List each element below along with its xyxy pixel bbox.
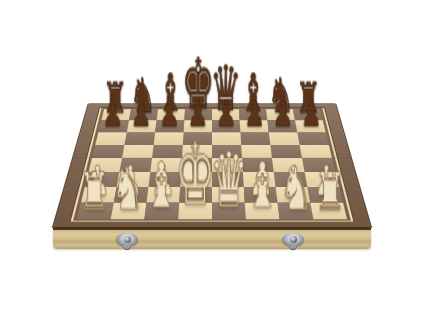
- black-pawn[interactable]: ♟: [102, 96, 123, 132]
- square-e7[interactable]: ♟: [212, 120, 240, 132]
- square-a1[interactable]: ♜: [77, 202, 114, 219]
- square-h6[interactable]: [297, 132, 329, 145]
- black-pawn[interactable]: ♟: [216, 96, 237, 132]
- square-c1[interactable]: ♝: [144, 202, 179, 219]
- chess-board: ♜♞♝♚♛♝♞♜♟♟♟♟♟♟♟♟♟♟♟♟♟♟♟♟♜♞♝♚♛♝♞♜: [52, 103, 373, 229]
- square-g7[interactable]: ♟: [267, 120, 297, 132]
- board-grid: ♜♞♝♚♛♝♞♜♟♟♟♟♟♟♟♟♟♟♟♟♟♟♟♟♜♞♝♚♛♝♞♜: [77, 109, 347, 219]
- chess-set-photo-scene: ♜♞♝♚♛♝♞♜♟♟♟♟♟♟♟♟♟♟♟♟♟♟♟♟♜♞♝♚♛♝♞♜: [0, 0, 423, 318]
- white-bishop[interactable]: ♝: [246, 155, 279, 218]
- white-queen[interactable]: ♛: [210, 141, 248, 217]
- left-clasp-icon: [116, 233, 138, 246]
- black-pawn[interactable]: ♟: [131, 96, 152, 132]
- white-knight[interactable]: ♞: [111, 159, 144, 218]
- square-h1[interactable]: ♜: [310, 202, 347, 219]
- black-pawn[interactable]: ♟: [244, 96, 265, 132]
- square-b1[interactable]: ♞: [111, 202, 147, 219]
- clasp-hook: [123, 244, 131, 250]
- square-b7[interactable]: ♟: [127, 120, 157, 132]
- square-f7[interactable]: ♟: [240, 120, 269, 132]
- frame-inlay-line: ♜♞♝♚♛♝♞♜♟♟♟♟♟♟♟♟♟♟♟♟♟♟♟♟♜♞♝♚♛♝♞♜: [71, 108, 354, 222]
- black-pawn[interactable]: ♟: [301, 96, 322, 132]
- square-g1[interactable]: ♞: [278, 202, 314, 219]
- square-a6[interactable]: [95, 132, 127, 145]
- square-g6[interactable]: [269, 132, 300, 145]
- black-pawn[interactable]: ♟: [272, 96, 293, 132]
- clasp-hook: [289, 244, 297, 250]
- clasp-knob: [124, 236, 131, 243]
- square-e1[interactable]: ♛: [212, 202, 246, 219]
- right-clasp-icon: [282, 233, 304, 246]
- white-rook[interactable]: ♜: [78, 166, 110, 218]
- clasp-knob: [290, 236, 297, 243]
- square-a7[interactable]: ♟: [98, 120, 129, 132]
- square-d1[interactable]: ♚: [178, 202, 212, 219]
- case-front-side: [53, 227, 371, 249]
- white-knight[interactable]: ♞: [280, 159, 313, 218]
- square-h7[interactable]: ♟: [295, 120, 326, 132]
- white-bishop[interactable]: ♝: [145, 155, 178, 218]
- square-f1[interactable]: ♝: [245, 202, 280, 219]
- square-b6[interactable]: [124, 132, 155, 145]
- white-rook[interactable]: ♜: [314, 166, 346, 218]
